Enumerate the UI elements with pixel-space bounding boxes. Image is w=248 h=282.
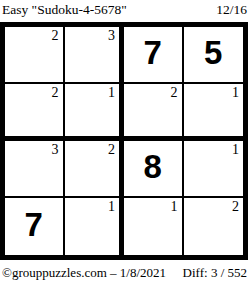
header: Easy "Sudoku-4-5678" 12/16 [0,0,248,22]
cell-r3c3[interactable]: 8 [124,141,184,198]
given-digit: 7 [5,198,63,255]
footer: ©grouppuzzles.com – 1/8/2021 Diff: 3 / 5… [0,260,248,282]
cell-r4c4[interactable]: 2 [184,198,244,255]
cell-r3c4[interactable]: 1 [184,141,244,198]
progress-count: 12/16 [216,2,247,18]
given-digit [65,84,120,136]
cell-r1c1[interactable]: 2 [5,27,65,84]
cell-r1c3[interactable]: 7 [124,27,184,84]
cell-r2c4[interactable]: 1 [184,84,244,141]
copyright-text: ©grouppuzzles.com – 1/8/2021 [2,265,166,280]
difficulty-text: Diff: 3 / 552 [183,265,247,280]
puzzle-page: Easy "Sudoku-4-5678" 12/16 2 3 7 5 2 1 2 [0,0,248,282]
cell-r2c2[interactable]: 1 [65,84,125,141]
given-digit [65,141,120,196]
cell-r4c3[interactable]: 1 [124,198,184,255]
given-digit [5,84,63,136]
cell-r2c1[interactable]: 2 [5,84,65,141]
given-digit [5,27,63,82]
given-digit [124,84,182,136]
given-digit: 8 [124,141,182,196]
sudoku-board: 2 3 7 5 2 1 2 1 [0,22,248,260]
given-digit [65,198,120,255]
given-digit: 5 [184,27,244,82]
puzzle-title: Easy "Sudoku-4-5678" [2,2,127,18]
given-digit [184,84,244,136]
cell-r3c1[interactable]: 3 [5,141,65,198]
given-digit [65,27,120,82]
given-digit [5,141,63,196]
given-digit [124,198,182,255]
cell-r3c2[interactable]: 2 [65,141,125,198]
cell-r4c1[interactable]: 7 [5,198,65,255]
cell-r1c4[interactable]: 5 [184,27,244,84]
given-digit [184,141,244,196]
cell-r4c2[interactable]: 1 [65,198,125,255]
given-digit: 7 [124,27,182,82]
given-digit [184,198,244,255]
cell-r2c3[interactable]: 2 [124,84,184,141]
cell-r1c2[interactable]: 3 [65,27,125,84]
